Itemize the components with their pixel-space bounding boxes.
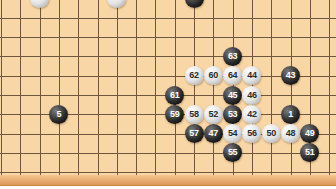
board-grid-vertical-line: [194, 0, 195, 175]
board-grid-vertical-line: [136, 0, 137, 175]
white-stone-move-60[interactable]: 60: [204, 66, 223, 85]
stone-move-number: 58: [189, 110, 198, 119]
white-stone-move-52[interactable]: 52: [204, 105, 223, 124]
black-stone-move-59[interactable]: 59: [165, 105, 184, 124]
black-stone-move-51[interactable]: 51: [300, 143, 319, 162]
stone-move-number: 48: [286, 129, 295, 138]
stone-move-number: 61: [170, 91, 179, 100]
stone-move-number: 52: [209, 110, 218, 119]
board-grid-vertical-line: [213, 0, 214, 175]
black-stone-move-57[interactable]: 57: [185, 124, 204, 143]
game-screenshot: 6362606444436145465595852534215747545650…: [0, 0, 336, 189]
stone-move-number: 47: [209, 129, 218, 138]
stone-move-number: 59: [170, 110, 179, 119]
stone-move-number: 62: [189, 71, 198, 80]
white-stone-move-56[interactable]: 56: [242, 124, 261, 143]
white-stone-move-64[interactable]: 64: [223, 66, 242, 85]
stone-move-number: 60: [209, 71, 218, 80]
stone-move-number: 51: [305, 148, 314, 157]
board-grid-horizontal-line: [0, 37, 336, 38]
black-stone-move-55[interactable]: 55: [223, 143, 242, 162]
black-stone-move-43[interactable]: 43: [281, 66, 300, 85]
board-grid-vertical-line: [329, 0, 330, 175]
black-stone-move-53[interactable]: 53: [223, 105, 242, 124]
stone-move-number: 56: [247, 129, 256, 138]
board-grid-vertical-line: [20, 0, 21, 175]
board-grid-vertical-line: [155, 0, 156, 175]
board-grid-vertical-line: [78, 0, 79, 175]
stone-move-number: 42: [247, 110, 256, 119]
stone-move-number: 49: [305, 129, 314, 138]
stone-move-number: 53: [228, 110, 237, 119]
stone-move-number: 63: [228, 52, 237, 61]
board-grid-vertical-line: [291, 0, 292, 175]
white-stone-move-42[interactable]: 42: [242, 105, 261, 124]
board-grid-horizontal-line: [0, 153, 336, 154]
board-grid-horizontal-line: [0, 18, 336, 19]
black-stone-move-45[interactable]: 45: [223, 86, 242, 105]
white-stone-clipped[interactable]: [30, 0, 49, 8]
black-stone-move-1[interactable]: 1: [281, 105, 300, 124]
white-stone-move-44[interactable]: 44: [242, 66, 261, 85]
stone-move-number: 50: [266, 129, 275, 138]
stone-move-number: 1: [288, 110, 293, 119]
board-grid-vertical-line: [59, 0, 60, 175]
go-board[interactable]: 6362606444436145465595852534215747545650…: [0, 0, 336, 175]
stone-move-number: 64: [228, 71, 237, 80]
white-stone-move-54[interactable]: 54: [223, 124, 242, 143]
stone-move-number: 55: [228, 148, 237, 157]
black-stone-move-47[interactable]: 47: [204, 124, 223, 143]
white-stone-move-62[interactable]: 62: [185, 66, 204, 85]
white-stone-move-46[interactable]: 46: [242, 86, 261, 105]
board-front-edge: [0, 175, 336, 186]
black-stone-move-63[interactable]: 63: [223, 47, 242, 66]
board-grid-horizontal-line: [0, 56, 336, 57]
stone-move-number: 5: [57, 110, 62, 119]
board-grid-vertical-line: [40, 0, 41, 175]
board-grid-vertical-line: [98, 0, 99, 175]
black-stone-move-49[interactable]: 49: [300, 124, 319, 143]
stone-move-number: 43: [286, 71, 295, 80]
stone-move-number: 44: [247, 71, 256, 80]
stone-move-number: 54: [228, 129, 237, 138]
stone-move-number: 57: [189, 129, 198, 138]
white-stone-move-48[interactable]: 48: [281, 124, 300, 143]
black-stone-move-5[interactable]: 5: [49, 105, 68, 124]
black-stone-clipped[interactable]: [185, 0, 204, 8]
background-strip: [0, 186, 336, 189]
stone-move-number: 45: [228, 91, 237, 100]
black-stone-move-61[interactable]: 61: [165, 86, 184, 105]
board-grid-vertical-line: [117, 0, 118, 175]
board-grid-horizontal-line: [0, 172, 336, 173]
board-grid-vertical-line: [271, 0, 272, 175]
board-grid-vertical-line: [1, 0, 2, 175]
stone-move-number: 46: [247, 91, 256, 100]
white-stone-move-50[interactable]: 50: [262, 124, 281, 143]
white-stone-clipped[interactable]: [107, 0, 126, 8]
white-stone-move-58[interactable]: 58: [185, 105, 204, 124]
